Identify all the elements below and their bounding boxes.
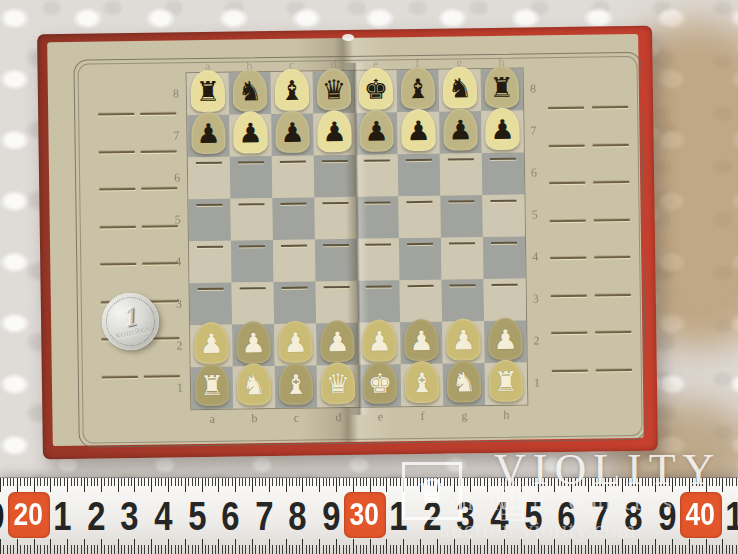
piece-glyph: ♝ <box>284 363 309 405</box>
ruler-mark-8: 8 <box>289 492 306 540</box>
square-slot <box>408 285 434 287</box>
piece-glyph: ♞ <box>452 360 477 402</box>
square-h8: ♜ <box>481 69 524 112</box>
rank-label-left-3: 3 <box>173 296 185 311</box>
white-knight-tab: ♞ <box>237 363 272 405</box>
black-queen-tab: ♛ <box>317 68 352 110</box>
chess-book: 8877665544332211 aabbccddeeffgghh ♜♞♝♛♚♝… <box>37 26 658 460</box>
square-slot <box>450 284 476 286</box>
square-h4 <box>483 237 526 280</box>
chess-board: ♜♞♝♛♚♝♞♜♟♟♟♟♟♟♟♟♟♟♟♟♟♟♟♟♜♞♝♛♚♝♞♜ <box>187 69 528 410</box>
white-pawn-tab: ♟ <box>404 319 439 361</box>
square-g7: ♟ <box>439 111 482 154</box>
square-e7: ♟ <box>355 112 398 155</box>
ruler-mark-9: 9 <box>0 492 4 540</box>
square-d6 <box>314 155 357 198</box>
square-d4 <box>315 239 358 282</box>
square-slot <box>322 160 348 162</box>
white-pawn-tab: ♟ <box>362 319 397 361</box>
ruler-mark-30-dm: 30 <box>344 492 386 538</box>
square-a8: ♜ <box>187 73 230 116</box>
square-a6 <box>188 157 231 200</box>
black-pawn-tab: ♟ <box>485 108 520 150</box>
square-b6 <box>230 156 273 199</box>
square-e2: ♟ <box>358 322 401 365</box>
square-slot <box>323 244 349 246</box>
piece-glyph: ♝ <box>410 361 435 403</box>
rank-label-left-8: 8 <box>170 86 182 101</box>
ruler-mark-4: 4 <box>490 492 507 540</box>
square-slot <box>449 242 475 244</box>
ruler-mark-5: 5 <box>188 492 205 540</box>
square-g5 <box>440 195 483 238</box>
white-pawn-tab: ♟ <box>194 322 229 364</box>
square-slot <box>196 204 222 206</box>
square-a7: ♟ <box>187 115 230 158</box>
square-b5 <box>230 198 273 241</box>
square-slot <box>280 161 306 163</box>
square-b8: ♞ <box>229 72 272 115</box>
square-slot <box>240 287 266 289</box>
black-rook-tab: ♜ <box>485 66 520 108</box>
square-slot <box>239 245 265 247</box>
piece-glyph: ♚ <box>368 361 393 403</box>
square-h1: ♜ <box>485 363 528 406</box>
piece-glyph: ♛ <box>321 68 346 110</box>
book-pages: 8877665544332211 aabbccddeeffgghh ♜♞♝♛♚♝… <box>47 34 644 446</box>
square-f5 <box>398 196 441 239</box>
square-slot <box>322 202 348 204</box>
ruler-mark-6: 6 <box>221 492 238 540</box>
ruler-mark-1: 1 <box>53 492 70 540</box>
square-d5 <box>314 197 357 240</box>
square-a4 <box>189 241 232 284</box>
rank-label-left-7: 7 <box>170 128 182 143</box>
black-pawn-tab: ♟ <box>233 111 268 153</box>
square-slot <box>281 245 307 247</box>
piece-glyph: ♟ <box>451 318 476 360</box>
piece-glyph: ♟ <box>493 318 518 360</box>
square-e3 <box>358 280 401 323</box>
square-b7: ♟ <box>229 114 272 157</box>
rank-label-left-5: 5 <box>172 212 184 227</box>
square-slot <box>406 201 432 203</box>
file-label-bottom-b: b <box>233 411 275 427</box>
square-f8: ♝ <box>397 70 440 113</box>
square-h2: ♟ <box>484 321 527 364</box>
square-c8: ♝ <box>271 71 314 114</box>
rank-label-right-1: 1 <box>531 375 543 390</box>
square-a2: ♟ <box>190 325 233 368</box>
square-a1: ♜ <box>191 367 234 410</box>
square-e1: ♚ <box>359 364 402 407</box>
ruler-mark-9: 9 <box>322 492 339 540</box>
square-e5 <box>356 196 399 239</box>
square-slot <box>238 161 264 163</box>
square-d7: ♟ <box>313 113 356 156</box>
piece-glyph: ♜ <box>195 70 220 112</box>
square-b2: ♟ <box>232 324 275 367</box>
square-b3 <box>232 282 275 325</box>
piece-glyph: ♛ <box>326 362 351 404</box>
ruler-mark-3: 3 <box>121 492 138 540</box>
ruler-mark-7: 7 <box>255 492 272 540</box>
black-bishop-tab: ♝ <box>275 69 310 111</box>
rank-label-right-8: 8 <box>527 81 539 96</box>
black-pawn-tab: ♟ <box>317 110 352 152</box>
square-d3 <box>316 281 359 324</box>
white-pawn-tab: ♟ <box>446 318 481 360</box>
rank-label-left-2: 2 <box>173 338 185 353</box>
square-g4 <box>441 237 484 280</box>
square-e4 <box>357 238 400 281</box>
black-king-tab: ♚ <box>359 67 394 109</box>
square-g6 <box>440 153 483 196</box>
piece-glyph: ♞ <box>447 66 472 108</box>
square-slot <box>366 285 392 287</box>
ruler-mark-1: 1 <box>389 492 406 540</box>
square-f3 <box>400 280 443 323</box>
square-f4 <box>399 238 442 281</box>
square-slot <box>324 286 350 288</box>
piece-glyph: ♟ <box>238 111 263 153</box>
square-f1: ♝ <box>401 364 444 407</box>
piece-glyph: ♜ <box>494 360 519 402</box>
ruler-mark-9: 9 <box>658 492 675 540</box>
square-slot <box>492 284 518 286</box>
measuring-tape: 92012345678930123456789401 <box>0 478 738 554</box>
square-h6 <box>482 153 525 196</box>
square-slot <box>364 159 390 161</box>
square-f2: ♟ <box>400 322 443 365</box>
photo-scene: 8877665544332211 aabbccddeeffgghh ♜♞♝♛♚♝… <box>0 0 738 554</box>
square-g2: ♟ <box>442 321 485 364</box>
rank-label-right-7: 7 <box>527 123 539 138</box>
ruler-mark-6: 6 <box>557 492 574 540</box>
rank-label-left-4: 4 <box>172 254 184 269</box>
square-slot <box>364 201 390 203</box>
black-pawn-tab: ♟ <box>191 112 226 154</box>
piece-glyph: ♝ <box>279 69 304 111</box>
square-slot <box>197 246 223 248</box>
square-c1: ♝ <box>275 365 318 408</box>
file-label-bottom-g: g <box>443 408 485 424</box>
ruler-mark-8: 8 <box>625 492 642 540</box>
black-pawn-tab: ♟ <box>275 111 310 153</box>
square-b4 <box>231 240 274 283</box>
ruler-mark-2: 2 <box>423 492 440 540</box>
white-queen-tab: ♛ <box>321 362 356 404</box>
ruler-mark-2: 2 <box>87 492 104 540</box>
square-slot <box>196 162 222 164</box>
file-label-bottom-c: c <box>275 410 317 426</box>
rank-label-right-2: 2 <box>530 333 542 348</box>
square-slot <box>491 242 517 244</box>
square-slot <box>282 287 308 289</box>
piece-glyph: ♟ <box>199 322 224 364</box>
black-pawn-tab: ♟ <box>359 109 394 151</box>
square-slot <box>280 203 306 205</box>
file-label-bottom-e: e <box>359 409 401 425</box>
square-slot <box>407 243 433 245</box>
black-knight-tab: ♞ <box>443 66 478 108</box>
rank-label-right-6: 6 <box>528 165 540 180</box>
square-f6 <box>398 154 441 197</box>
white-bishop-tab: ♝ <box>279 362 314 404</box>
white-pawn-tab: ♟ <box>278 321 313 363</box>
ruler-mark-5: 5 <box>524 492 541 540</box>
square-e6 <box>356 154 399 197</box>
piece-glyph: ♟ <box>283 321 308 363</box>
square-c7: ♟ <box>271 113 314 156</box>
black-bishop-tab: ♝ <box>401 67 436 109</box>
white-rook-tab: ♜ <box>489 360 524 402</box>
piece-glyph: ♟ <box>490 108 515 150</box>
white-knight-tab: ♞ <box>447 360 482 402</box>
piece-glyph: ♟ <box>364 109 389 151</box>
piece-glyph: ♟ <box>196 112 221 154</box>
piece-glyph: ♝ <box>405 67 430 109</box>
piece-glyph: ♞ <box>242 363 267 405</box>
square-d2: ♟ <box>316 323 359 366</box>
square-c2: ♟ <box>274 323 317 366</box>
file-label-bottom-f: f <box>401 409 443 425</box>
square-c3 <box>274 281 317 324</box>
rank-label-right-5: 5 <box>529 207 541 222</box>
black-rook-tab: ♜ <box>191 70 226 112</box>
ruler-mark-1: 1 <box>725 492 738 540</box>
square-slot <box>448 200 474 202</box>
piece-glyph: ♟ <box>448 108 473 150</box>
square-g3 <box>442 279 485 322</box>
square-e8: ♚ <box>355 70 398 113</box>
rank-label-right-4: 4 <box>529 249 541 264</box>
white-pawn-tab: ♟ <box>320 320 355 362</box>
square-a5 <box>188 199 231 242</box>
white-pawn-tab: ♟ <box>488 318 523 360</box>
piece-glyph: ♟ <box>280 111 305 153</box>
piece-glyph: ♟ <box>241 321 266 363</box>
square-slot <box>490 200 516 202</box>
black-pawn-tab: ♟ <box>443 108 478 150</box>
square-h5 <box>482 195 525 238</box>
square-d8: ♛ <box>313 71 356 114</box>
piece-glyph: ♟ <box>406 109 431 151</box>
piece-glyph: ♟ <box>325 320 350 362</box>
white-pawn-tab: ♟ <box>236 321 271 363</box>
square-slot <box>238 203 264 205</box>
rank-label-right-3: 3 <box>530 291 542 306</box>
square-slot <box>406 159 432 161</box>
square-c6 <box>272 155 315 198</box>
square-h3 <box>484 279 527 322</box>
white-rook-tab: ♜ <box>195 364 230 406</box>
square-g8: ♞ <box>439 69 482 112</box>
piece-glyph: ♜ <box>200 364 225 406</box>
square-g1: ♞ <box>443 363 486 406</box>
piece-glyph: ♟ <box>322 110 347 152</box>
black-pawn-tab: ♟ <box>401 109 436 151</box>
square-f7: ♟ <box>397 112 440 155</box>
file-label-bottom-d: d <box>317 410 359 426</box>
square-c5 <box>272 197 315 240</box>
piece-glyph: ♟ <box>367 319 392 361</box>
piece-glyph: ♜ <box>489 66 514 108</box>
square-slot <box>365 243 391 245</box>
square-h7: ♟ <box>481 111 524 154</box>
rank-label-left-1: 1 <box>174 380 186 395</box>
white-king-tab: ♚ <box>363 361 398 403</box>
ruler-mark-3: 3 <box>457 492 474 540</box>
file-label-bottom-h: h <box>485 408 527 424</box>
white-bishop-tab: ♝ <box>405 361 440 403</box>
square-slot <box>198 288 224 290</box>
square-b1: ♞ <box>233 366 276 409</box>
ruler-mark-40-dm: 40 <box>680 492 722 538</box>
ruler-mark-4: 4 <box>154 492 171 540</box>
ruler-mark-20-dm: 20 <box>8 492 50 538</box>
black-knight-tab: ♞ <box>233 69 268 111</box>
ruler-mark-7: 7 <box>591 492 608 540</box>
square-slot <box>490 158 516 160</box>
piece-glyph: ♚ <box>363 67 388 109</box>
file-label-bottom-a: a <box>191 412 233 428</box>
square-c4 <box>273 239 316 282</box>
square-a3 <box>190 283 233 326</box>
square-d1: ♛ <box>317 365 360 408</box>
rank-label-left-6: 6 <box>171 170 183 185</box>
piece-glyph: ♟ <box>409 319 434 361</box>
square-slot <box>448 158 474 160</box>
piece-glyph: ♞ <box>237 69 262 111</box>
